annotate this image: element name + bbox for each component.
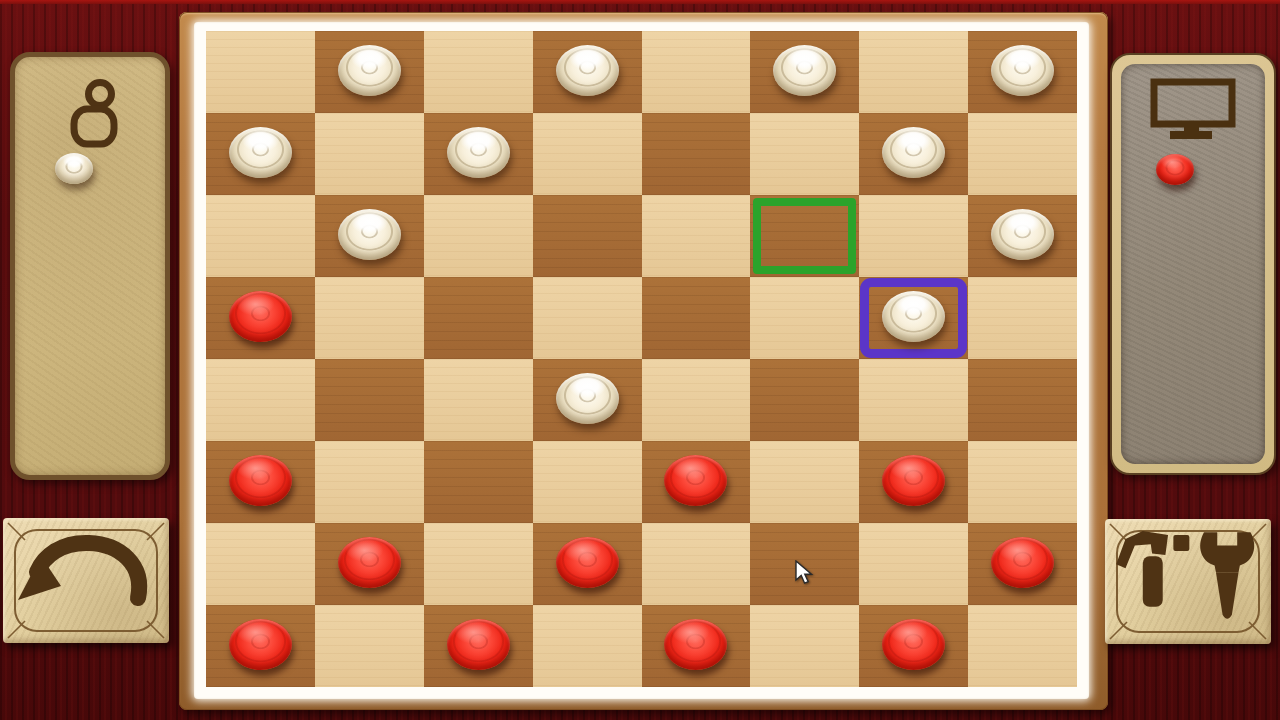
square-r5c3 (533, 441, 642, 523)
square-r3c0[interactable] (206, 277, 315, 359)
square-r1c3 (533, 113, 642, 195)
square-r6c0 (206, 523, 315, 605)
square-r7c7 (968, 605, 1077, 687)
square-r3c1 (315, 277, 424, 359)
player-panel-computer (1110, 53, 1276, 475)
square-r5c4[interactable] (642, 441, 751, 523)
white-checker[interactable] (991, 209, 1054, 260)
square-r6c7[interactable] (968, 523, 1077, 605)
square-r6c3[interactable] (533, 523, 642, 605)
hammer-wrench-icon (1105, 519, 1271, 644)
square-r3c7 (968, 277, 1077, 359)
checkers-board (206, 31, 1077, 687)
square-r2c7[interactable] (968, 195, 1077, 277)
red-checker[interactable] (229, 455, 292, 506)
square-r0c0 (206, 31, 315, 113)
white-checker[interactable] (229, 127, 292, 178)
red-checker[interactable] (338, 537, 401, 588)
white-checker[interactable] (773, 45, 836, 96)
white-checker[interactable] (991, 45, 1054, 96)
square-r2c4 (642, 195, 751, 277)
square-r6c2 (424, 523, 533, 605)
square-r1c2[interactable] (424, 113, 533, 195)
background-top-edge (0, 0, 1280, 4)
square-r0c4 (642, 31, 751, 113)
white-checker[interactable] (882, 291, 945, 342)
player-panel-human (10, 52, 170, 480)
square-r0c3[interactable] (533, 31, 642, 113)
settings-button[interactable] (1105, 519, 1271, 644)
square-r7c0[interactable] (206, 605, 315, 687)
square-r7c2[interactable] (424, 605, 533, 687)
square-r6c1[interactable] (315, 523, 424, 605)
square-r7c5 (750, 605, 859, 687)
square-r2c6 (859, 195, 968, 277)
square-r0c2 (424, 31, 533, 113)
square-r0c7[interactable] (968, 31, 1077, 113)
square-r5c0[interactable] (206, 441, 315, 523)
square-r5c7 (968, 441, 1077, 523)
red-checker[interactable] (229, 291, 292, 342)
white-checker[interactable] (338, 209, 401, 260)
square-r4c5[interactable] (750, 359, 859, 441)
square-r5c5 (750, 441, 859, 523)
square-r4c6 (859, 359, 968, 441)
square-r6c6 (859, 523, 968, 605)
square-r7c1 (315, 605, 424, 687)
board-white-border (194, 22, 1089, 699)
square-r0c6 (859, 31, 968, 113)
square-r0c5[interactable] (750, 31, 859, 113)
red-checker[interactable] (664, 455, 727, 506)
square-r7c3 (533, 605, 642, 687)
square-r1c5 (750, 113, 859, 195)
square-r2c0 (206, 195, 315, 277)
square-r3c3 (533, 277, 642, 359)
red-checker[interactable] (447, 619, 510, 670)
square-r2c5[interactable] (750, 195, 859, 277)
square-r7c4[interactable] (642, 605, 751, 687)
square-r1c0[interactable] (206, 113, 315, 195)
red-checker[interactable] (882, 619, 945, 670)
square-r4c3[interactable] (533, 359, 642, 441)
person-icon (67, 79, 121, 149)
square-r1c7 (968, 113, 1077, 195)
square-r6c5[interactable] (750, 523, 859, 605)
square-r3c5 (750, 277, 859, 359)
square-r2c1[interactable] (315, 195, 424, 277)
square-r1c6[interactable] (859, 113, 968, 195)
square-r4c1[interactable] (315, 359, 424, 441)
white-checker-indicator (55, 153, 93, 184)
checkers-game-window (0, 0, 1280, 720)
white-checker[interactable] (556, 373, 619, 424)
white-checker[interactable] (338, 45, 401, 96)
red-checker[interactable] (991, 537, 1054, 588)
square-r3c4[interactable] (642, 277, 751, 359)
computer-monitor-icon (1150, 78, 1238, 140)
red-checker[interactable] (664, 619, 727, 670)
square-r1c1 (315, 113, 424, 195)
square-r7c6[interactable] (859, 605, 968, 687)
square-r4c2 (424, 359, 533, 441)
undo-button[interactable] (3, 518, 169, 643)
square-r5c1 (315, 441, 424, 523)
red-checker-indicator (1156, 154, 1194, 185)
square-r1c4[interactable] (642, 113, 751, 195)
square-r5c6[interactable] (859, 441, 968, 523)
board-frame (179, 12, 1108, 710)
square-r3c6[interactable] (859, 277, 968, 359)
square-r4c4 (642, 359, 751, 441)
square-r3c2[interactable] (424, 277, 533, 359)
white-checker[interactable] (882, 127, 945, 178)
undo-arrow-icon (3, 518, 169, 643)
green-highlight-square (753, 198, 856, 274)
square-r2c3[interactable] (533, 195, 642, 277)
square-r4c7[interactable] (968, 359, 1077, 441)
red-checker[interactable] (556, 537, 619, 588)
square-r4c0 (206, 359, 315, 441)
red-checker[interactable] (229, 619, 292, 670)
square-r6c4 (642, 523, 751, 605)
square-r2c2 (424, 195, 533, 277)
square-r0c1[interactable] (315, 31, 424, 113)
square-r5c2[interactable] (424, 441, 533, 523)
white-checker[interactable] (556, 45, 619, 96)
red-checker[interactable] (882, 455, 945, 506)
white-checker[interactable] (447, 127, 510, 178)
